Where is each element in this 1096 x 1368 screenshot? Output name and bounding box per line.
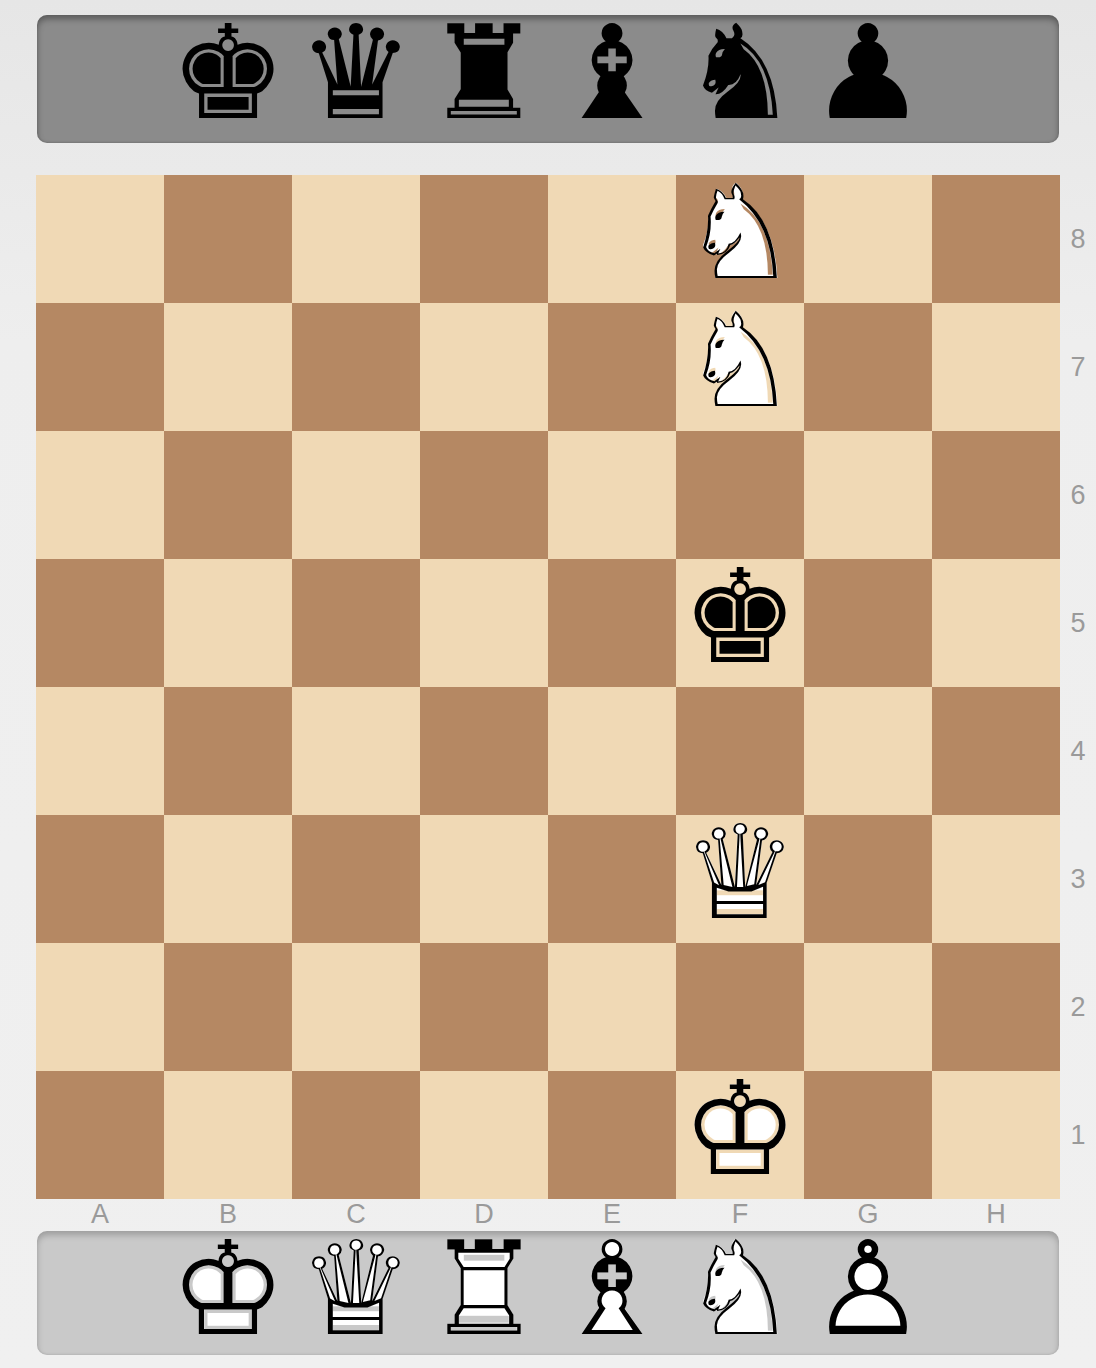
piece-outline-layer: ♘ <box>676 1225 804 1353</box>
square-a2[interactable] <box>36 943 164 1071</box>
square-b8[interactable] <box>164 175 292 303</box>
file-label-a: A <box>36 1199 164 1230</box>
square-a6[interactable] <box>36 431 164 559</box>
rank-label-4: 4 <box>1060 687 1096 815</box>
piece-white-pawn[interactable]: ♟♙ <box>804 1231 932 1359</box>
square-c6[interactable] <box>292 431 420 559</box>
piece-glyph: ♚ <box>676 553 804 681</box>
square-g6[interactable] <box>804 431 932 559</box>
piece-white-knight[interactable]: ♞♘ <box>676 1231 804 1359</box>
square-e1[interactable] <box>548 1071 676 1199</box>
square-e4[interactable] <box>548 687 676 815</box>
square-c7[interactable] <box>292 303 420 431</box>
square-g5[interactable] <box>804 559 932 687</box>
piece-white-queen[interactable]: ♛♕ <box>292 1231 420 1359</box>
tray-slot-black-rook: ♜ <box>420 15 548 143</box>
piece-outline-layer: ♘ <box>676 169 804 297</box>
square-c2[interactable] <box>292 943 420 1071</box>
square-c5[interactable] <box>292 559 420 687</box>
square-c8[interactable] <box>292 175 420 303</box>
square-a1[interactable] <box>36 1071 164 1199</box>
square-h2[interactable] <box>932 943 1060 1071</box>
square-f5[interactable]: ♚ <box>676 559 804 687</box>
square-h8[interactable] <box>932 175 1060 303</box>
square-c3[interactable] <box>292 815 420 943</box>
tray-slot-black-bishop: ♝ <box>548 15 676 143</box>
tray-slot-black-king: ♚ <box>164 15 292 143</box>
chess-board: ♞♘♞♘♚♛♕♚♔ <box>36 175 1060 1199</box>
square-a7[interactable] <box>36 303 164 431</box>
square-h5[interactable] <box>932 559 1060 687</box>
square-f3[interactable]: ♛♕ <box>676 815 804 943</box>
rank-label-6: 6 <box>1060 431 1096 559</box>
square-a8[interactable] <box>36 175 164 303</box>
square-b6[interactable] <box>164 431 292 559</box>
square-e8[interactable] <box>548 175 676 303</box>
tray-slot-white-queen: ♛♕ <box>292 1231 420 1359</box>
square-h4[interactable] <box>932 687 1060 815</box>
piece-black-king[interactable]: ♚ <box>164 15 292 143</box>
square-e2[interactable] <box>548 943 676 1071</box>
tray-slot-white-knight: ♞♘ <box>676 1231 804 1359</box>
tray-slot-white-bishop: ♝♗ <box>548 1231 676 1359</box>
piece-outline-layer: ♙ <box>804 1225 932 1353</box>
piece-black-knight[interactable]: ♞ <box>676 15 804 143</box>
tray-slot-white-pawn: ♟♙ <box>804 1231 932 1359</box>
piece-black-king[interactable]: ♚ <box>676 559 804 687</box>
square-g3[interactable] <box>804 815 932 943</box>
square-f7[interactable]: ♞♘ <box>676 303 804 431</box>
square-b4[interactable] <box>164 687 292 815</box>
piece-white-rook[interactable]: ♜♖ <box>420 1231 548 1359</box>
piece-outline-layer: ♘ <box>676 297 804 425</box>
piece-outline-layer: ♔ <box>164 1225 292 1353</box>
square-f6[interactable] <box>676 431 804 559</box>
square-g4[interactable] <box>804 687 932 815</box>
rank-label-1: 1 <box>1060 1071 1096 1199</box>
square-d5[interactable] <box>420 559 548 687</box>
piece-glyph: ♞ <box>676 9 804 137</box>
piece-white-king[interactable]: ♚♔ <box>676 1071 804 1199</box>
square-d6[interactable] <box>420 431 548 559</box>
square-f1[interactable]: ♚♔ <box>676 1071 804 1199</box>
square-c4[interactable] <box>292 687 420 815</box>
file-label-h: H <box>932 1199 1060 1230</box>
tray-slot-white-king: ♚♔ <box>164 1231 292 1359</box>
piece-glyph: ♝ <box>548 9 676 137</box>
rank-label-5: 5 <box>1060 559 1096 687</box>
square-c1[interactable] <box>292 1071 420 1199</box>
piece-black-rook[interactable]: ♜ <box>420 15 548 143</box>
piece-white-bishop[interactable]: ♝♗ <box>548 1231 676 1359</box>
piece-glyph: ♜ <box>420 9 548 137</box>
piece-glyph: ♚ <box>164 9 292 137</box>
piece-white-king[interactable]: ♚♔ <box>164 1231 292 1359</box>
square-h3[interactable] <box>932 815 1060 943</box>
rank-label-8: 8 <box>1060 175 1096 303</box>
piece-glyph: ♟ <box>804 9 932 137</box>
square-e7[interactable] <box>548 303 676 431</box>
piece-outline-layer: ♕ <box>676 809 804 937</box>
square-a4[interactable] <box>36 687 164 815</box>
square-f4[interactable] <box>676 687 804 815</box>
piece-black-pawn[interactable]: ♟ <box>804 15 932 143</box>
tray-slot-white-rook: ♜♖ <box>420 1231 548 1359</box>
square-h1[interactable] <box>932 1071 1060 1199</box>
square-a3[interactable] <box>36 815 164 943</box>
square-d4[interactable] <box>420 687 548 815</box>
square-f2[interactable] <box>676 943 804 1071</box>
tray-slot-black-knight: ♞ <box>676 15 804 143</box>
piece-white-queen[interactable]: ♛♕ <box>676 815 804 943</box>
rank-label-7: 7 <box>1060 303 1096 431</box>
rank-labels: 87654321 <box>1060 175 1096 1199</box>
square-d2[interactable] <box>420 943 548 1071</box>
black-piece-tray: ♚♛♜♝♞♟ <box>37 15 1059 143</box>
square-h7[interactable] <box>932 303 1060 431</box>
piece-white-knight[interactable]: ♞♘ <box>676 175 804 303</box>
square-g2[interactable] <box>804 943 932 1071</box>
piece-outline-layer: ♖ <box>420 1225 548 1353</box>
piece-white-knight[interactable]: ♞♘ <box>676 303 804 431</box>
rank-label-3: 3 <box>1060 815 1096 943</box>
square-g7[interactable] <box>804 303 932 431</box>
square-e6[interactable] <box>548 431 676 559</box>
piece-black-queen[interactable]: ♛ <box>292 15 420 143</box>
square-f8[interactable]: ♞♘ <box>676 175 804 303</box>
piece-outline-layer: ♗ <box>548 1225 676 1353</box>
square-g8[interactable] <box>804 175 932 303</box>
square-d3[interactable] <box>420 815 548 943</box>
piece-black-bishop[interactable]: ♝ <box>548 15 676 143</box>
piece-glyph: ♛ <box>292 9 420 137</box>
square-d8[interactable] <box>420 175 548 303</box>
tray-slot-black-pawn: ♟ <box>804 15 932 143</box>
rank-label-2: 2 <box>1060 943 1096 1071</box>
white-piece-tray: ♚♔♛♕♜♖♝♗♞♘♟♙ <box>37 1231 1059 1355</box>
square-b1[interactable] <box>164 1071 292 1199</box>
square-e3[interactable] <box>548 815 676 943</box>
piece-outline-layer: ♕ <box>292 1225 420 1353</box>
square-e5[interactable] <box>548 559 676 687</box>
tray-slot-black-queen: ♛ <box>292 15 420 143</box>
square-b5[interactable] <box>164 559 292 687</box>
square-h6[interactable] <box>932 431 1060 559</box>
piece-outline-layer: ♔ <box>676 1065 804 1193</box>
square-b7[interactable] <box>164 303 292 431</box>
square-d1[interactable] <box>420 1071 548 1199</box>
square-g1[interactable] <box>804 1071 932 1199</box>
square-d7[interactable] <box>420 303 548 431</box>
square-b2[interactable] <box>164 943 292 1071</box>
square-b3[interactable] <box>164 815 292 943</box>
square-a5[interactable] <box>36 559 164 687</box>
